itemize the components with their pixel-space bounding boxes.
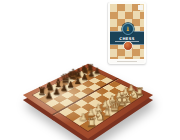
white-rook: ♜ [86, 116, 97, 128]
product-photo-scene: CHESS ♝ ♜♞♝♛♚♝♞♜♟♟♟♟♟♟♟♟♟♟♟♟♟♟♟♟♜♞♝♛♚♝♞♜ [0, 0, 180, 140]
chess-board: ♜♞♝♛♚♝♞♜♟♟♟♟♟♟♟♟♟♟♟♟♟♟♟♟♜♞♝♛♚♝♞♜ [23, 64, 153, 139]
chess-piece-roundel-icon: ♝ [122, 23, 134, 35]
board-shadow-wrap: ♜♞♝♛♚♝♞♜♟♟♟♟♟♟♟♟♟♟♟♟♟♟♟♟♜♞♝♛♚♝♞♜ [0, 0, 180, 140]
emblem-bishop-glyph: ♝ [123, 24, 133, 34]
board-squares: ♜♞♝♛♚♝♞♜♟♟♟♟♟♟♟♟♟♟♟♟♟♟♟♟♜♞♝♛♚♝♞♜ [33, 68, 143, 131]
black-pawn: ♟ [43, 91, 53, 100]
brand-logo-icon [123, 41, 133, 51]
